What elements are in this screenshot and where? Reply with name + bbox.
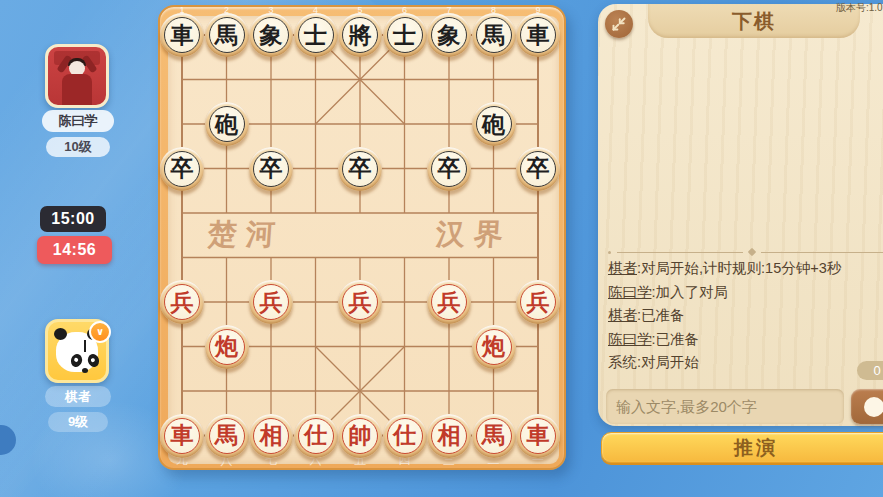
piece-車[interactable]: 車 <box>160 414 204 458</box>
chat-messages: 棋者:对局开始,计时规则:15分钟+3秒陈曰学:加入了对局棋者:已准备陈曰学:已… <box>608 257 883 375</box>
piece-相[interactable]: 相 <box>249 414 293 458</box>
collapse-panel-button[interactable] <box>605 10 633 38</box>
piece-士[interactable]: 士 <box>294 13 338 57</box>
piece-兵[interactable]: 兵 <box>427 280 471 324</box>
send-icon <box>864 397 883 417</box>
piece-卒[interactable]: 卒 <box>338 147 382 191</box>
chat-sender[interactable]: 陈曰学 <box>608 284 652 300</box>
piece-卒[interactable]: 卒 <box>160 147 204 191</box>
collapse-arrows-icon <box>608 13 630 35</box>
piece-帥[interactable]: 帥 <box>338 414 382 458</box>
xiangqi-board[interactable]: 楚河 汉界 123456789 九八七六五四三二一 車馬象士將士象馬車砲砲卒卒卒… <box>158 5 566 470</box>
piece-馬[interactable]: 馬 <box>205 414 249 458</box>
chat-message: 陈曰学:加入了对局 <box>608 281 883 305</box>
timer-total: 15:00 <box>40 206 106 232</box>
piece-象[interactable]: 象 <box>249 13 293 57</box>
version-label: 版本号:1.0. <box>836 1 883 15</box>
opponent-name: 陈曰学 <box>42 110 114 132</box>
piece-炮[interactable]: 炮 <box>472 325 516 369</box>
chat-sender[interactable]: 棋者 <box>608 260 637 276</box>
opponent-avatar[interactable] <box>45 44 109 108</box>
timer-current: 14:56 <box>37 236 112 264</box>
chat-message: 陈曰学:已准备 <box>608 328 883 352</box>
chat-sender[interactable]: 棋者 <box>608 307 637 323</box>
piece-炮[interactable]: 炮 <box>205 325 249 369</box>
piece-砲[interactable]: 砲 <box>472 102 516 146</box>
chat-text: :已准备 <box>652 331 700 347</box>
pieces-layer: 車馬象士將士象馬車砲砲卒卒卒卒卒兵兵兵兵兵炮炮車馬相仕帥仕相馬車 <box>160 7 564 468</box>
piece-馬[interactable]: 馬 <box>472 414 516 458</box>
piece-兵[interactable]: 兵 <box>249 280 293 324</box>
panel-title: 下棋 <box>732 8 776 35</box>
piece-仕[interactable]: 仕 <box>294 414 338 458</box>
avatar-art <box>62 74 92 105</box>
piece-仕[interactable]: 仕 <box>383 414 427 458</box>
chat-sender: 系统 <box>608 354 637 370</box>
chat-message: 棋者:对局开始,计时规则:15分钟+3秒 <box>608 257 883 281</box>
chat-input[interactable] <box>606 389 844 424</box>
piece-車[interactable]: 車 <box>516 414 560 458</box>
opponent-level: 10级 <box>46 137 110 157</box>
piece-兵[interactable]: 兵 <box>338 280 382 324</box>
chat-text: :已准备 <box>637 307 685 323</box>
panda-icon <box>54 328 67 340</box>
piece-卒[interactable]: 卒 <box>249 147 293 191</box>
piece-車[interactable]: 車 <box>516 13 560 57</box>
piece-兵[interactable]: 兵 <box>160 280 204 324</box>
piece-馬[interactable]: 馬 <box>472 13 516 57</box>
send-button[interactable] <box>851 389 883 424</box>
chat-message: 棋者:已准备 <box>608 304 883 328</box>
chat-sender[interactable]: 陈曰学 <box>608 331 652 347</box>
chat-message: 系统:对局开始 <box>608 351 883 375</box>
replay-button[interactable]: 推演 <box>601 432 883 463</box>
chat-text: :对局开始 <box>637 354 699 370</box>
chat-divider <box>608 249 883 255</box>
piece-馬[interactable]: 馬 <box>205 13 249 57</box>
panel-header-tab: 下棋 <box>648 4 860 38</box>
piece-士[interactable]: 士 <box>383 13 427 57</box>
chat-text: :对局开始,计时规则:15分钟+3秒 <box>637 260 841 276</box>
chat-panel: 下棋 棋者:对局开始,计时规则:15分钟+3秒陈曰学:加入了对局棋者:已准备陈曰… <box>598 4 883 426</box>
chat-input-row <box>606 389 883 424</box>
piece-卒[interactable]: 卒 <box>516 147 560 191</box>
chat-text: :加入了对局 <box>652 284 729 300</box>
piece-車[interactable]: 車 <box>160 13 204 57</box>
piece-卒[interactable]: 卒 <box>427 147 471 191</box>
player-name: 棋者 <box>45 386 111 407</box>
piece-將[interactable]: 將 <box>338 13 382 57</box>
verified-badge-icon: ∨ <box>89 321 111 343</box>
player-level: 9级 <box>48 412 108 432</box>
game-screen: 陈曰学 10级 15:00 14:56 ∨ 棋者 9级 <box>0 0 883 497</box>
piece-砲[interactable]: 砲 <box>205 102 249 146</box>
piece-兵[interactable]: 兵 <box>516 280 560 324</box>
counter-badge: 0 <box>857 361 883 380</box>
piece-象[interactable]: 象 <box>427 13 471 57</box>
piece-相[interactable]: 相 <box>427 414 471 458</box>
